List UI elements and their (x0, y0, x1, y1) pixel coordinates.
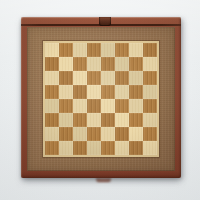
square-d7[interactable] (87, 57, 101, 71)
square-f8[interactable] (115, 43, 129, 57)
square-b4[interactable] (59, 99, 73, 113)
square-a3[interactable] (45, 113, 59, 127)
square-f6[interactable] (115, 71, 129, 85)
photo-backdrop (0, 0, 200, 200)
square-d3[interactable] (87, 113, 101, 127)
square-c3[interactable] (73, 113, 87, 127)
square-g4[interactable] (129, 99, 143, 113)
square-f4[interactable] (115, 99, 129, 113)
square-e3[interactable] (101, 113, 115, 127)
square-f7[interactable] (115, 57, 129, 71)
square-f2[interactable] (115, 127, 129, 141)
square-h7[interactable] (143, 57, 157, 71)
square-e6[interactable] (101, 71, 115, 85)
square-b1[interactable] (59, 141, 73, 155)
square-e5[interactable] (101, 85, 115, 99)
square-d2[interactable] (87, 127, 101, 141)
square-h6[interactable] (143, 71, 157, 85)
board-grid (45, 43, 157, 155)
inlay-line (43, 41, 159, 157)
square-d5[interactable] (87, 85, 101, 99)
square-c5[interactable] (73, 85, 87, 99)
square-g7[interactable] (129, 57, 143, 71)
board-border (27, 27, 175, 171)
square-f3[interactable] (115, 113, 129, 127)
square-g1[interactable] (129, 141, 143, 155)
square-d6[interactable] (87, 71, 101, 85)
square-h4[interactable] (143, 99, 157, 113)
square-g6[interactable] (129, 71, 143, 85)
square-c1[interactable] (73, 141, 87, 155)
square-a4[interactable] (45, 99, 59, 113)
square-e1[interactable] (101, 141, 115, 155)
square-g3[interactable] (129, 113, 143, 127)
square-h5[interactable] (143, 85, 157, 99)
square-b2[interactable] (59, 127, 73, 141)
square-d8[interactable] (87, 43, 101, 57)
square-h2[interactable] (143, 127, 157, 141)
square-a7[interactable] (45, 57, 59, 71)
square-a2[interactable] (45, 127, 59, 141)
square-c4[interactable] (73, 99, 87, 113)
square-h1[interactable] (143, 141, 157, 155)
square-a1[interactable] (45, 141, 59, 155)
square-a5[interactable] (45, 85, 59, 99)
square-g8[interactable] (129, 43, 143, 57)
square-b3[interactable] (59, 113, 73, 127)
square-b7[interactable] (59, 57, 73, 71)
square-e4[interactable] (101, 99, 115, 113)
square-a6[interactable] (45, 71, 59, 85)
square-e2[interactable] (101, 127, 115, 141)
square-g2[interactable] (129, 127, 143, 141)
square-e7[interactable] (101, 57, 115, 71)
square-g5[interactable] (129, 85, 143, 99)
square-a8[interactable] (45, 43, 59, 57)
square-h8[interactable] (143, 43, 157, 57)
square-d4[interactable] (87, 99, 101, 113)
square-b5[interactable] (59, 85, 73, 99)
lid-finger-notch (99, 17, 111, 26)
square-b8[interactable] (59, 43, 73, 57)
square-d1[interactable] (87, 141, 101, 155)
square-c7[interactable] (73, 57, 87, 71)
chess-box-frame (21, 17, 181, 178)
square-c2[interactable] (73, 127, 87, 141)
square-b6[interactable] (59, 71, 73, 85)
square-c6[interactable] (73, 71, 87, 85)
square-h3[interactable] (143, 113, 157, 127)
square-c8[interactable] (73, 43, 87, 57)
square-e8[interactable] (101, 43, 115, 57)
square-f1[interactable] (115, 141, 129, 155)
square-f5[interactable] (115, 85, 129, 99)
